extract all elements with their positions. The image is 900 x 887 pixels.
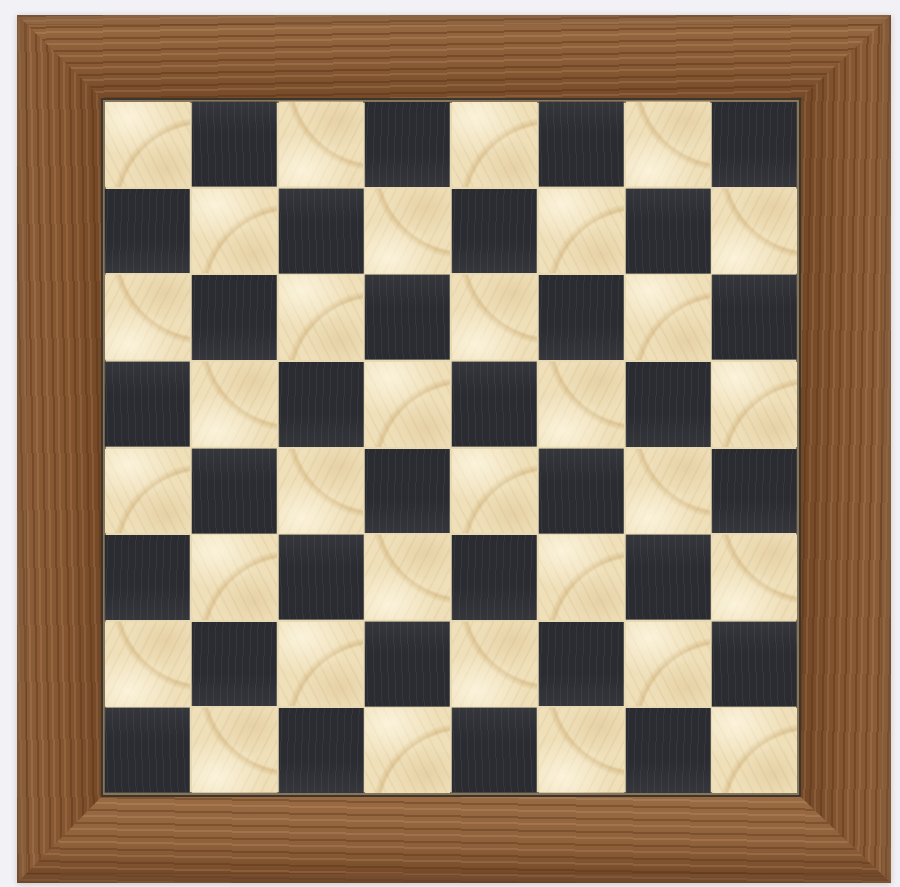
square-b8[interactable] [192, 102, 277, 187]
square-d6[interactable] [365, 275, 450, 360]
chess-board [101, 98, 801, 797]
square-c6[interactable] [279, 275, 364, 360]
square-a3[interactable] [105, 535, 190, 620]
frame-left-rail [17, 15, 101, 883]
square-c3[interactable] [279, 535, 364, 620]
square-f4[interactable] [539, 449, 624, 534]
square-d2[interactable] [365, 622, 450, 707]
square-c7[interactable] [279, 189, 364, 274]
square-c4[interactable] [279, 449, 364, 534]
square-a1[interactable] [105, 708, 190, 793]
square-a6[interactable] [105, 275, 190, 360]
square-e8[interactable] [452, 102, 537, 187]
square-e1[interactable] [452, 708, 537, 793]
frame-right-rail [801, 15, 891, 883]
square-b1[interactable] [192, 708, 277, 793]
square-g7[interactable] [626, 189, 711, 274]
square-b2[interactable] [192, 622, 277, 707]
square-h3[interactable] [712, 535, 797, 620]
square-g4[interactable] [626, 449, 711, 534]
square-e4[interactable] [452, 449, 537, 534]
square-c5[interactable] [279, 362, 364, 447]
square-b4[interactable] [192, 449, 277, 534]
square-f8[interactable] [539, 102, 624, 187]
square-g5[interactable] [626, 362, 711, 447]
square-g6[interactable] [626, 275, 711, 360]
square-a5[interactable] [105, 362, 190, 447]
square-d1[interactable] [365, 708, 450, 793]
square-f1[interactable] [539, 708, 624, 793]
square-a2[interactable] [105, 622, 190, 707]
square-a4[interactable] [105, 449, 190, 534]
frame-top-rail [17, 15, 891, 98]
square-h8[interactable] [712, 102, 797, 187]
square-c1[interactable] [279, 708, 364, 793]
square-c8[interactable] [279, 102, 364, 187]
square-d8[interactable] [365, 102, 450, 187]
square-h4[interactable] [712, 449, 797, 534]
square-d7[interactable] [365, 189, 450, 274]
square-b5[interactable] [192, 362, 277, 447]
square-a7[interactable] [105, 189, 190, 274]
square-e3[interactable] [452, 535, 537, 620]
square-f3[interactable] [539, 535, 624, 620]
square-h5[interactable] [712, 362, 797, 447]
square-h6[interactable] [712, 275, 797, 360]
square-h2[interactable] [712, 622, 797, 707]
square-h1[interactable] [712, 708, 797, 793]
square-e2[interactable] [452, 622, 537, 707]
square-b3[interactable] [192, 535, 277, 620]
square-f5[interactable] [539, 362, 624, 447]
square-a8[interactable] [105, 102, 190, 187]
square-f7[interactable] [539, 189, 624, 274]
square-f6[interactable] [539, 275, 624, 360]
square-g3[interactable] [626, 535, 711, 620]
frame-bottom-rail [17, 797, 891, 883]
square-c2[interactable] [279, 622, 364, 707]
square-g8[interactable] [626, 102, 711, 187]
square-e6[interactable] [452, 275, 537, 360]
square-g2[interactable] [626, 622, 711, 707]
square-g1[interactable] [626, 708, 711, 793]
square-e7[interactable] [452, 189, 537, 274]
square-h7[interactable] [712, 189, 797, 274]
square-b6[interactable] [192, 275, 277, 360]
square-f2[interactable] [539, 622, 624, 707]
square-d4[interactable] [365, 449, 450, 534]
square-b7[interactable] [192, 189, 277, 274]
square-e5[interactable] [452, 362, 537, 447]
square-d5[interactable] [365, 362, 450, 447]
square-d3[interactable] [365, 535, 450, 620]
